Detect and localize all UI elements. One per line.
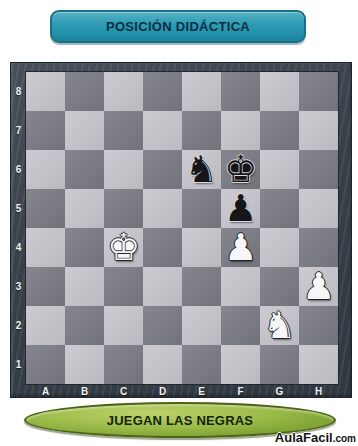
rank-label-3: 3 xyxy=(11,267,26,306)
square-b7 xyxy=(65,111,104,150)
file-label-D: D xyxy=(143,384,182,398)
square-h6 xyxy=(299,150,338,189)
square-d2 xyxy=(143,306,182,345)
square-c4: ♚ xyxy=(104,228,143,267)
square-d8 xyxy=(143,72,182,111)
square-c5 xyxy=(104,189,143,228)
square-d7 xyxy=(143,111,182,150)
turn-caption: JUEGAN LAS NEGRAS xyxy=(107,413,253,428)
square-e8 xyxy=(182,72,221,111)
square-a7 xyxy=(26,111,65,150)
square-e6: ♞ xyxy=(182,150,221,189)
rank-label-7: 7 xyxy=(11,111,26,150)
square-h1 xyxy=(299,345,338,384)
square-g3 xyxy=(260,267,299,306)
square-d4 xyxy=(143,228,182,267)
rank-label-4: 4 xyxy=(11,228,26,267)
square-d3 xyxy=(143,267,182,306)
square-e4 xyxy=(182,228,221,267)
square-c3 xyxy=(104,267,143,306)
square-h2 xyxy=(299,306,338,345)
board-squares: ♞♚♟♚♟♟♞ xyxy=(26,72,338,384)
square-b8 xyxy=(65,72,104,111)
black-pawn-f5: ♟ xyxy=(224,189,257,228)
square-h5 xyxy=(299,189,338,228)
square-a6 xyxy=(26,150,65,189)
logo-suffix: .com xyxy=(333,433,356,444)
square-a1 xyxy=(26,345,65,384)
square-b4 xyxy=(65,228,104,267)
rank-labels: 87654321 xyxy=(11,72,26,384)
square-e5 xyxy=(182,189,221,228)
square-e1 xyxy=(182,345,221,384)
square-g6 xyxy=(260,150,299,189)
square-c6 xyxy=(104,150,143,189)
square-e3 xyxy=(182,267,221,306)
square-a8 xyxy=(26,72,65,111)
white-pawn-h3: ♟ xyxy=(302,267,335,306)
aulafacil-logo: AulaFacil .com xyxy=(275,430,356,445)
square-b5 xyxy=(65,189,104,228)
file-labels: ABCDEFGH xyxy=(26,384,338,398)
square-g7 xyxy=(260,111,299,150)
square-a5 xyxy=(26,189,65,228)
square-f8 xyxy=(221,72,260,111)
rank-label-8: 8 xyxy=(11,72,26,111)
rank-label-1: 1 xyxy=(11,345,26,384)
square-f3 xyxy=(221,267,260,306)
logo-text: AulaFacil xyxy=(275,430,333,445)
white-knight-g2: ♞ xyxy=(263,306,296,345)
square-f1 xyxy=(221,345,260,384)
square-h7 xyxy=(299,111,338,150)
square-b6 xyxy=(65,150,104,189)
square-d6 xyxy=(143,150,182,189)
square-d1 xyxy=(143,345,182,384)
white-pawn-f4: ♟ xyxy=(224,228,257,267)
black-knight-e6: ♞ xyxy=(185,150,218,189)
page-title: POSICIÓN DIDÁCTICA xyxy=(106,19,250,34)
file-label-C: C xyxy=(104,384,143,398)
rank-label-2: 2 xyxy=(11,306,26,345)
chess-lesson-screenshot: POSICIÓN DIDÁCTICA 87654321 ♞♚♟♚♟♟♞ ABCD… xyxy=(0,0,358,446)
chess-board: 87654321 ♞♚♟♚♟♟♞ ABCDEFGH xyxy=(10,62,352,398)
square-f7 xyxy=(221,111,260,150)
square-g8 xyxy=(260,72,299,111)
rank-label-6: 6 xyxy=(11,150,26,189)
square-g5 xyxy=(260,189,299,228)
square-e2 xyxy=(182,306,221,345)
square-b1 xyxy=(65,345,104,384)
square-c1 xyxy=(104,345,143,384)
square-h3: ♟ xyxy=(299,267,338,306)
square-f2 xyxy=(221,306,260,345)
square-c8 xyxy=(104,72,143,111)
square-a3 xyxy=(26,267,65,306)
square-e7 xyxy=(182,111,221,150)
black-king-f6: ♚ xyxy=(224,150,257,189)
square-f5: ♟ xyxy=(221,189,260,228)
square-a2 xyxy=(26,306,65,345)
square-h8 xyxy=(299,72,338,111)
white-king-c4: ♚ xyxy=(107,228,140,267)
rank-label-5: 5 xyxy=(11,189,26,228)
square-f6: ♚ xyxy=(221,150,260,189)
square-b2 xyxy=(65,306,104,345)
file-label-G: G xyxy=(260,384,299,398)
square-g4 xyxy=(260,228,299,267)
file-label-B: B xyxy=(65,384,104,398)
square-d5 xyxy=(143,189,182,228)
square-h4 xyxy=(299,228,338,267)
square-f4: ♟ xyxy=(221,228,260,267)
square-g2: ♞ xyxy=(260,306,299,345)
file-label-H: H xyxy=(299,384,338,398)
file-label-F: F xyxy=(221,384,260,398)
square-g1 xyxy=(260,345,299,384)
square-c7 xyxy=(104,111,143,150)
square-a4 xyxy=(26,228,65,267)
title-banner: POSICIÓN DIDÁCTICA xyxy=(50,10,306,43)
square-b3 xyxy=(65,267,104,306)
file-label-E: E xyxy=(182,384,221,398)
square-c2 xyxy=(104,306,143,345)
file-label-A: A xyxy=(26,384,65,398)
